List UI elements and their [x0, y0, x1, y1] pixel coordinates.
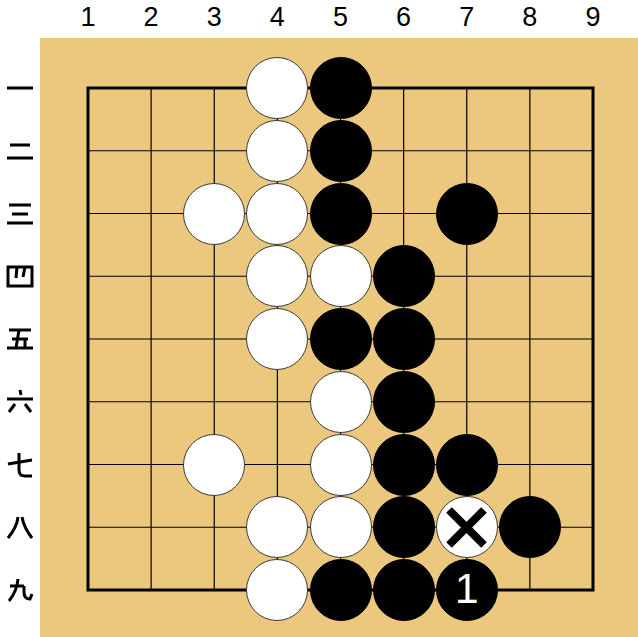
column-label-4: 4 — [270, 2, 285, 32]
board-point-6-8[interactable] — [372, 496, 435, 559]
white-stone[interactable] — [246, 496, 308, 558]
board-point-4-8[interactable] — [246, 496, 309, 559]
board-point-6-4[interactable] — [372, 245, 435, 308]
row-label-3 — [5, 199, 35, 229]
board-point-5-7[interactable] — [309, 433, 372, 496]
board-point-4-1[interactable] — [246, 57, 309, 120]
column-label-5: 5 — [333, 2, 348, 32]
board-point-7-7[interactable] — [435, 433, 498, 496]
black-stone[interactable] — [373, 434, 435, 496]
black-stone[interactable] — [310, 57, 372, 119]
board-point-4-9[interactable] — [246, 559, 309, 622]
column-label-8: 8 — [522, 2, 537, 32]
board-point-6-6[interactable] — [372, 370, 435, 433]
board-point-4-5[interactable] — [246, 308, 309, 371]
move-number-label: 1 — [455, 567, 479, 610]
white-stone[interactable] — [310, 245, 372, 307]
board-point-5-2[interactable] — [309, 119, 372, 182]
white-stone[interactable] — [310, 371, 372, 433]
board-point-7-9[interactable]: 1 — [435, 559, 498, 622]
white-stone[interactable] — [246, 308, 308, 370]
white-stone[interactable] — [246, 57, 308, 119]
white-stone-x-marked[interactable] — [436, 496, 498, 558]
black-stone[interactable] — [436, 434, 498, 496]
x-mark-icon — [437, 498, 496, 557]
row-label-4 — [5, 261, 35, 291]
black-stone[interactable] — [373, 559, 435, 621]
board-point-5-8[interactable] — [309, 496, 372, 559]
black-stone[interactable] — [310, 120, 372, 182]
board-point-5-1[interactable] — [309, 57, 372, 120]
white-stone[interactable] — [246, 183, 308, 245]
white-stone[interactable] — [310, 496, 372, 558]
row-label-9 — [5, 575, 35, 605]
black-stone[interactable] — [310, 183, 372, 245]
board-point-3-7[interactable] — [183, 433, 246, 496]
row-label-1 — [5, 73, 35, 103]
go-problem-diagram: 123456789 1 — [0, 0, 638, 637]
black-stone[interactable] — [373, 245, 435, 307]
white-stone[interactable] — [246, 559, 308, 621]
white-stone[interactable] — [310, 434, 372, 496]
black-stone[interactable] — [436, 183, 498, 245]
board-point-5-4[interactable] — [309, 245, 372, 308]
white-stone[interactable] — [246, 120, 308, 182]
board-point-3-3[interactable] — [183, 182, 246, 245]
black-stone[interactable] — [310, 559, 372, 621]
white-stone[interactable] — [183, 183, 245, 245]
row-label-2 — [5, 136, 35, 166]
column-label-3: 3 — [207, 2, 222, 32]
white-stone[interactable] — [246, 245, 308, 307]
board-point-5-5[interactable] — [309, 308, 372, 371]
board-point-5-3[interactable] — [309, 182, 372, 245]
board-point-4-3[interactable] — [246, 182, 309, 245]
board-point-6-9[interactable] — [372, 559, 435, 622]
column-label-7: 7 — [459, 2, 474, 32]
board-point-8-8[interactable] — [498, 496, 561, 559]
column-label-1: 1 — [80, 2, 95, 32]
black-stone[interactable] — [310, 308, 372, 370]
row-label-8 — [5, 512, 35, 542]
white-stone[interactable] — [183, 434, 245, 496]
row-label-6 — [5, 387, 35, 417]
black-stone[interactable] — [373, 496, 435, 558]
black-stone[interactable] — [499, 496, 561, 558]
board-point-5-6[interactable] — [309, 370, 372, 433]
column-label-9: 9 — [585, 2, 600, 32]
column-label-6: 6 — [396, 2, 411, 32]
black-stone[interactable] — [373, 371, 435, 433]
board-point-5-9[interactable] — [309, 559, 372, 622]
black-stone[interactable] — [373, 308, 435, 370]
column-label-2: 2 — [144, 2, 159, 32]
board-point-6-7[interactable] — [372, 433, 435, 496]
board-point-4-2[interactable] — [246, 119, 309, 182]
black-stone-move-1[interactable]: 1 — [436, 559, 498, 621]
board-point-6-5[interactable] — [372, 308, 435, 371]
row-label-7 — [5, 450, 35, 480]
row-label-5 — [5, 324, 35, 354]
board-point-7-3[interactable] — [435, 182, 498, 245]
board-point-4-4[interactable] — [246, 245, 309, 308]
stones-grid: 1 — [56, 57, 624, 622]
board-point-7-8[interactable] — [435, 496, 498, 559]
